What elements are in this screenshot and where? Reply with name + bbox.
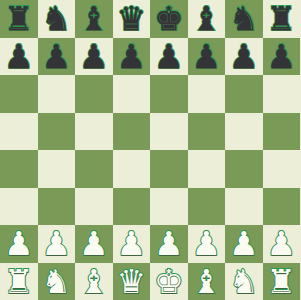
piece-black-pawn[interactable]: ♟ bbox=[116, 40, 146, 73]
square-e7[interactable]: ♟ bbox=[150, 38, 188, 76]
square-b5[interactable] bbox=[38, 113, 76, 151]
piece-white-pawn[interactable]: ♟ bbox=[116, 227, 146, 260]
square-b4[interactable] bbox=[38, 150, 76, 188]
square-h4[interactable] bbox=[263, 150, 301, 188]
piece-black-pawn[interactable]: ♟ bbox=[191, 40, 221, 73]
square-g4[interactable] bbox=[225, 150, 263, 188]
square-e8[interactable]: ♚ bbox=[150, 0, 188, 38]
square-e3[interactable] bbox=[150, 188, 188, 226]
square-h1[interactable]: ♜ bbox=[263, 263, 301, 300]
piece-black-pawn[interactable]: ♟ bbox=[41, 40, 71, 73]
square-h5[interactable] bbox=[263, 113, 301, 151]
square-d6[interactable] bbox=[113, 75, 151, 113]
square-g1[interactable]: ♞ bbox=[225, 263, 263, 300]
piece-black-king[interactable]: ♚ bbox=[154, 2, 184, 35]
piece-black-rook[interactable]: ♜ bbox=[4, 2, 34, 35]
square-a4[interactable] bbox=[0, 150, 38, 188]
chess-board: ♜♞♝♛♚♝♞♜♟♟♟♟♟♟♟♟♟♟♟♟♟♟♟♟♜♞♝♛♚♝♞♜ bbox=[0, 0, 300, 300]
piece-black-pawn[interactable]: ♟ bbox=[266, 40, 296, 73]
square-h6[interactable] bbox=[263, 75, 301, 113]
piece-black-pawn[interactable]: ♟ bbox=[79, 40, 109, 73]
square-h3[interactable] bbox=[263, 188, 301, 226]
square-b6[interactable] bbox=[38, 75, 76, 113]
piece-white-pawn[interactable]: ♟ bbox=[4, 227, 34, 260]
piece-black-rook[interactable]: ♜ bbox=[266, 2, 296, 35]
piece-white-king[interactable]: ♚ bbox=[154, 265, 184, 298]
piece-black-pawn[interactable]: ♟ bbox=[154, 40, 184, 73]
square-f4[interactable] bbox=[188, 150, 226, 188]
square-d7[interactable]: ♟ bbox=[113, 38, 151, 76]
square-e2[interactable]: ♟ bbox=[150, 225, 188, 263]
piece-black-knight[interactable]: ♞ bbox=[41, 2, 71, 35]
square-a2[interactable]: ♟ bbox=[0, 225, 38, 263]
square-g2[interactable]: ♟ bbox=[225, 225, 263, 263]
square-e1[interactable]: ♚ bbox=[150, 263, 188, 300]
piece-white-knight[interactable]: ♞ bbox=[229, 265, 259, 298]
square-a7[interactable]: ♟ bbox=[0, 38, 38, 76]
square-e5[interactable] bbox=[150, 113, 188, 151]
board-wrap: ♜♞♝♛♚♝♞♜♟♟♟♟♟♟♟♟♟♟♟♟♟♟♟♟♜♞♝♛♚♝♞♜ bbox=[0, 0, 300, 300]
square-a5[interactable] bbox=[0, 113, 38, 151]
piece-black-bishop[interactable]: ♝ bbox=[191, 2, 221, 35]
square-b3[interactable] bbox=[38, 188, 76, 226]
square-b2[interactable]: ♟ bbox=[38, 225, 76, 263]
square-c4[interactable] bbox=[75, 150, 113, 188]
square-c5[interactable] bbox=[75, 113, 113, 151]
square-g8[interactable]: ♞ bbox=[225, 0, 263, 38]
square-f2[interactable]: ♟ bbox=[188, 225, 226, 263]
piece-white-pawn[interactable]: ♟ bbox=[266, 227, 296, 260]
square-g6[interactable] bbox=[225, 75, 263, 113]
square-g3[interactable] bbox=[225, 188, 263, 226]
square-g5[interactable] bbox=[225, 113, 263, 151]
piece-white-knight[interactable]: ♞ bbox=[41, 265, 71, 298]
square-a8[interactable]: ♜ bbox=[0, 0, 38, 38]
square-f8[interactable]: ♝ bbox=[188, 0, 226, 38]
square-c2[interactable]: ♟ bbox=[75, 225, 113, 263]
piece-white-pawn[interactable]: ♟ bbox=[79, 227, 109, 260]
square-f5[interactable] bbox=[188, 113, 226, 151]
square-h7[interactable]: ♟ bbox=[263, 38, 301, 76]
square-a1[interactable]: ♜ bbox=[0, 263, 38, 300]
piece-white-pawn[interactable]: ♟ bbox=[229, 227, 259, 260]
square-f3[interactable] bbox=[188, 188, 226, 226]
square-e4[interactable] bbox=[150, 150, 188, 188]
piece-white-bishop[interactable]: ♝ bbox=[191, 265, 221, 298]
square-f6[interactable] bbox=[188, 75, 226, 113]
piece-white-pawn[interactable]: ♟ bbox=[41, 227, 71, 260]
square-h8[interactable]: ♜ bbox=[263, 0, 301, 38]
piece-black-bishop[interactable]: ♝ bbox=[79, 2, 109, 35]
piece-black-pawn[interactable]: ♟ bbox=[229, 40, 259, 73]
square-d5[interactable] bbox=[113, 113, 151, 151]
square-a3[interactable] bbox=[0, 188, 38, 226]
square-c8[interactable]: ♝ bbox=[75, 0, 113, 38]
piece-white-queen[interactable]: ♛ bbox=[116, 265, 146, 298]
square-d2[interactable]: ♟ bbox=[113, 225, 151, 263]
square-d3[interactable] bbox=[113, 188, 151, 226]
piece-white-rook[interactable]: ♜ bbox=[4, 265, 34, 298]
square-h2[interactable]: ♟ bbox=[263, 225, 301, 263]
square-b1[interactable]: ♞ bbox=[38, 263, 76, 300]
square-c7[interactable]: ♟ bbox=[75, 38, 113, 76]
piece-black-queen[interactable]: ♛ bbox=[116, 2, 146, 35]
square-c6[interactable] bbox=[75, 75, 113, 113]
piece-black-knight[interactable]: ♞ bbox=[229, 2, 259, 35]
square-b8[interactable]: ♞ bbox=[38, 0, 76, 38]
square-d1[interactable]: ♛ bbox=[113, 263, 151, 300]
square-e6[interactable] bbox=[150, 75, 188, 113]
square-d8[interactable]: ♛ bbox=[113, 0, 151, 38]
square-c1[interactable]: ♝ bbox=[75, 263, 113, 300]
piece-black-pawn[interactable]: ♟ bbox=[4, 40, 34, 73]
square-a6[interactable] bbox=[0, 75, 38, 113]
square-d4[interactable] bbox=[113, 150, 151, 188]
piece-white-bishop[interactable]: ♝ bbox=[79, 265, 109, 298]
piece-white-rook[interactable]: ♜ bbox=[266, 265, 296, 298]
piece-white-pawn[interactable]: ♟ bbox=[154, 227, 184, 260]
square-f7[interactable]: ♟ bbox=[188, 38, 226, 76]
piece-white-pawn[interactable]: ♟ bbox=[191, 227, 221, 260]
square-g7[interactable]: ♟ bbox=[225, 38, 263, 76]
square-b7[interactable]: ♟ bbox=[38, 38, 76, 76]
square-f1[interactable]: ♝ bbox=[188, 263, 226, 300]
square-c3[interactable] bbox=[75, 188, 113, 226]
